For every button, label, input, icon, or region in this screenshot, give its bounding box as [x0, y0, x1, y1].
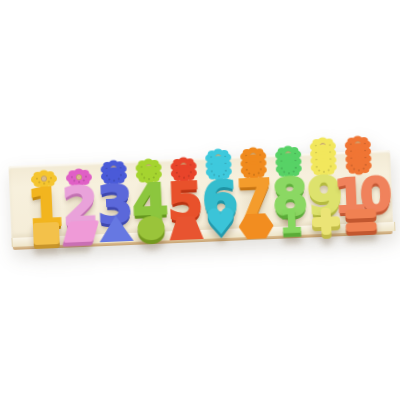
equals-bar — [345, 209, 376, 219]
product-photo-scene: 123456♥781910 — [0, 0, 400, 400]
equals-bar — [346, 222, 377, 232]
shape-piece-heart[interactable]: ♥ — [204, 209, 237, 236]
puzzle-board: 123456♥781910 — [8, 150, 393, 250]
shape-piece-square[interactable] — [33, 222, 60, 245]
column-10: 10 — [339, 151, 381, 253]
piece-columns: 123456♥781910 — [8, 150, 390, 166]
shape-piece-equals[interactable] — [345, 208, 377, 233]
board-surface: 123456♥781910 — [8, 150, 393, 238]
shape-piece-plus[interactable] — [311, 207, 340, 235]
shape-piece-one[interactable]: 1 — [279, 208, 302, 235]
